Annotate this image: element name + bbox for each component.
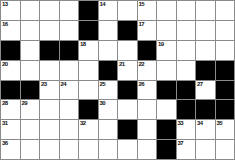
- black-cell: [118, 81, 137, 100]
- white-cell[interactable]: 34: [196, 120, 215, 139]
- white-cell[interactable]: [177, 41, 196, 60]
- black-cell: [157, 140, 176, 159]
- clue-number: 25: [100, 81, 106, 88]
- white-cell[interactable]: [216, 41, 235, 60]
- black-cell: [157, 81, 176, 100]
- black-cell: [216, 81, 235, 100]
- white-cell[interactable]: 15: [138, 1, 157, 20]
- white-cell[interactable]: 37: [177, 140, 196, 159]
- white-cell[interactable]: [40, 1, 59, 20]
- white-cell[interactable]: [99, 21, 118, 40]
- clue-number: 28: [2, 100, 8, 107]
- white-cell[interactable]: 27: [196, 81, 215, 100]
- white-cell[interactable]: 20: [1, 61, 20, 80]
- white-cell[interactable]: [79, 140, 98, 159]
- clue-number: 26: [139, 81, 145, 88]
- clue-number: 18: [80, 41, 86, 48]
- black-cell: [79, 100, 98, 119]
- black-cell: [1, 41, 20, 60]
- clue-number: 32: [80, 120, 86, 127]
- white-cell[interactable]: [21, 120, 40, 139]
- white-cell[interactable]: [40, 140, 59, 159]
- clue-number: 27: [197, 81, 203, 88]
- clue-number: 31: [2, 120, 8, 127]
- white-cell[interactable]: 31: [1, 120, 20, 139]
- black-cell: [60, 41, 79, 60]
- clue-number: 37: [178, 140, 184, 147]
- white-cell[interactable]: 30: [99, 100, 118, 119]
- black-cell: [99, 61, 118, 80]
- clue-number: 23: [41, 81, 47, 88]
- white-cell[interactable]: [138, 120, 157, 139]
- black-cell: [157, 120, 176, 139]
- clue-number: 34: [197, 120, 203, 127]
- clue-number: 36: [2, 140, 8, 147]
- white-cell[interactable]: [157, 100, 176, 119]
- white-cell[interactable]: [99, 140, 118, 159]
- white-cell[interactable]: [60, 1, 79, 20]
- white-cell[interactable]: [40, 120, 59, 139]
- white-cell[interactable]: [157, 21, 176, 40]
- white-cell[interactable]: [60, 61, 79, 80]
- clue-number: 35: [217, 120, 223, 127]
- black-cell: [118, 21, 137, 40]
- white-cell[interactable]: 35: [216, 120, 235, 139]
- white-cell[interactable]: [60, 21, 79, 40]
- white-cell[interactable]: [40, 100, 59, 119]
- white-cell[interactable]: 26: [138, 81, 157, 100]
- white-cell[interactable]: 24: [60, 81, 79, 100]
- white-cell[interactable]: 22: [138, 61, 157, 80]
- white-cell[interactable]: [177, 61, 196, 80]
- white-cell[interactable]: [196, 21, 215, 40]
- white-cell[interactable]: [177, 21, 196, 40]
- white-cell[interactable]: [21, 1, 40, 20]
- white-cell[interactable]: 36: [1, 140, 20, 159]
- white-cell[interactable]: [118, 1, 137, 20]
- black-cell: [196, 61, 215, 80]
- white-cell[interactable]: 13: [1, 1, 20, 20]
- black-cell: [216, 100, 235, 119]
- white-cell[interactable]: [79, 81, 98, 100]
- white-cell[interactable]: 16: [1, 21, 20, 40]
- white-cell[interactable]: [99, 120, 118, 139]
- black-cell: [118, 120, 137, 139]
- white-cell[interactable]: [40, 61, 59, 80]
- black-cell: [79, 1, 98, 20]
- white-cell[interactable]: 28: [1, 100, 20, 119]
- black-cell: [177, 100, 196, 119]
- white-cell[interactable]: [40, 21, 59, 40]
- white-cell[interactable]: [118, 100, 137, 119]
- white-cell[interactable]: [21, 21, 40, 40]
- clue-number: 17: [139, 21, 145, 28]
- clue-number: 20: [2, 61, 8, 68]
- white-cell[interactable]: [196, 1, 215, 20]
- black-cell: [216, 61, 235, 80]
- clue-number: 14: [100, 1, 106, 8]
- white-cell[interactable]: [118, 140, 137, 159]
- black-cell: [196, 100, 215, 119]
- white-cell[interactable]: [21, 41, 40, 60]
- clue-number: 19: [158, 41, 164, 48]
- white-cell[interactable]: [196, 41, 215, 60]
- white-cell[interactable]: [60, 120, 79, 139]
- white-cell[interactable]: [60, 140, 79, 159]
- clue-number: 13: [2, 1, 8, 8]
- white-cell[interactable]: 25: [99, 81, 118, 100]
- white-cell[interactable]: 18: [79, 41, 98, 60]
- white-cell[interactable]: [99, 41, 118, 60]
- crossword-grid: 1314151617181920212223242526272829303132…: [0, 0, 235, 160]
- white-cell[interactable]: [21, 61, 40, 80]
- white-cell[interactable]: 21: [118, 61, 137, 80]
- black-cell: [177, 81, 196, 100]
- black-cell: [1, 81, 20, 100]
- clue-number: 30: [100, 100, 106, 107]
- clue-number: 22: [139, 61, 145, 68]
- white-cell[interactable]: 19: [157, 41, 176, 60]
- clue-number: 21: [119, 61, 125, 68]
- white-cell[interactable]: 14: [99, 1, 118, 20]
- black-cell: [40, 41, 59, 60]
- white-cell[interactable]: [138, 100, 157, 119]
- white-cell[interactable]: [196, 140, 215, 159]
- white-cell[interactable]: [177, 1, 196, 20]
- white-cell[interactable]: [216, 140, 235, 159]
- white-cell[interactable]: 29: [21, 100, 40, 119]
- white-cell[interactable]: 23: [40, 81, 59, 100]
- white-cell[interactable]: [138, 140, 157, 159]
- clue-number: 29: [22, 100, 28, 107]
- clue-number: 15: [139, 1, 145, 8]
- white-cell[interactable]: 33: [177, 120, 196, 139]
- black-cell: [21, 81, 40, 100]
- white-cell[interactable]: [21, 140, 40, 159]
- white-cell[interactable]: [79, 61, 98, 80]
- clue-number: 16: [2, 21, 8, 28]
- clue-number: 24: [61, 81, 67, 88]
- white-cell[interactable]: [118, 41, 137, 60]
- white-cell[interactable]: [216, 1, 235, 20]
- clue-number: 33: [178, 120, 184, 127]
- white-cell[interactable]: 32: [79, 120, 98, 139]
- white-cell[interactable]: 17: [138, 21, 157, 40]
- white-cell[interactable]: [60, 100, 79, 119]
- white-cell[interactable]: [157, 1, 176, 20]
- white-cell[interactable]: [157, 61, 176, 80]
- black-cell: [138, 41, 157, 60]
- black-cell: [79, 21, 98, 40]
- white-cell[interactable]: [216, 21, 235, 40]
